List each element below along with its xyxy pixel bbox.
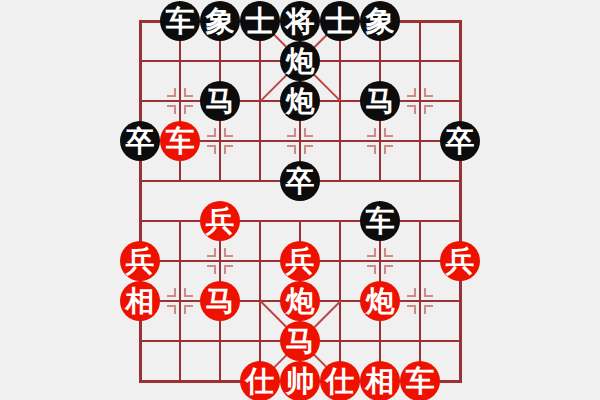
piece-black-chariot[interactable]: 车	[160, 1, 200, 41]
piece-glyph: 炮	[366, 287, 395, 316]
pawn-point-marker	[304, 145, 313, 154]
piece-glyph: 兵	[446, 247, 475, 276]
pawn-point-marker	[384, 248, 393, 257]
piece-red-pawn[interactable]: 兵	[280, 241, 320, 281]
piece-glyph: 仕	[246, 367, 275, 396]
piece-glyph: 相	[126, 287, 155, 316]
piece-glyph: 仕	[326, 367, 355, 396]
cannon-point-marker	[424, 288, 433, 297]
piece-black-horse[interactable]: 马	[200, 81, 240, 121]
pawn-point-marker	[207, 265, 216, 274]
pawn-point-marker	[367, 265, 376, 274]
piece-black-pawn[interactable]: 卒	[440, 121, 480, 161]
piece-glyph: 车	[366, 207, 395, 236]
piece-red-cannon[interactable]: 炮	[360, 281, 400, 321]
piece-red-advisor[interactable]: 仕	[320, 361, 360, 400]
piece-glyph: 炮	[286, 287, 315, 316]
piece-glyph: 车	[166, 7, 195, 36]
cannon-point-marker	[424, 105, 433, 114]
cannon-point-marker	[167, 305, 176, 314]
piece-black-general[interactable]: 将	[280, 1, 320, 41]
pawn-point-marker	[207, 128, 216, 137]
piece-glyph: 车	[406, 367, 435, 396]
grid-line-vertical	[419, 20, 421, 182]
xiangqi-board[interactable]: 车象士将士象炮马炮马卒车卒卒兵车兵兵兵相马炮炮马仕帅仕相车	[0, 0, 600, 400]
cannon-point-marker	[407, 288, 416, 297]
piece-glyph: 兵	[126, 247, 155, 276]
pawn-point-marker	[224, 145, 233, 154]
piece-glyph: 象	[206, 7, 235, 36]
grid-line-vertical	[419, 220, 421, 382]
piece-glyph: 马	[366, 87, 395, 116]
cannon-point-marker	[184, 105, 193, 114]
piece-red-horse[interactable]: 马	[200, 281, 240, 321]
cannon-point-marker	[424, 88, 433, 97]
pawn-point-marker	[287, 145, 296, 154]
piece-red-horse[interactable]: 马	[280, 321, 320, 361]
cannon-point-marker	[407, 105, 416, 114]
pawn-point-marker	[384, 128, 393, 137]
cannon-point-marker	[184, 305, 193, 314]
pawn-point-marker	[224, 265, 233, 274]
piece-red-advisor[interactable]: 仕	[240, 361, 280, 400]
cannon-point-marker	[167, 288, 176, 297]
piece-glyph: 马	[206, 87, 235, 116]
piece-glyph: 车	[166, 127, 195, 156]
piece-glyph: 炮	[286, 47, 315, 76]
piece-black-cannon[interactable]: 炮	[280, 81, 320, 121]
piece-glyph: 士	[246, 7, 275, 36]
pawn-point-marker	[384, 265, 393, 274]
piece-black-cannon[interactable]: 炮	[280, 41, 320, 81]
piece-glyph: 兵	[286, 247, 315, 276]
piece-black-pawn[interactable]: 卒	[280, 161, 320, 201]
pawn-point-marker	[224, 128, 233, 137]
piece-red-pawn[interactable]: 兵	[200, 201, 240, 241]
pawn-point-marker	[304, 128, 313, 137]
piece-red-chariot[interactable]: 车	[400, 361, 440, 400]
pawn-point-marker	[367, 128, 376, 137]
piece-glyph: 象	[366, 7, 395, 36]
piece-glyph: 马	[206, 287, 235, 316]
piece-red-elephant[interactable]: 相	[360, 361, 400, 400]
piece-glyph: 相	[366, 367, 395, 396]
grid-line-vertical-edge	[139, 20, 142, 383]
piece-glyph: 兵	[206, 207, 235, 236]
piece-black-chariot[interactable]: 车	[360, 201, 400, 241]
piece-glyph: 卒	[126, 127, 155, 156]
screenshot-root: 车象士将士象炮马炮马卒车卒卒兵车兵兵兵相马炮炮马仕帅仕相车	[0, 0, 600, 400]
piece-glyph: 帅	[286, 367, 315, 396]
cannon-point-marker	[167, 88, 176, 97]
cannon-point-marker	[407, 305, 416, 314]
piece-red-elephant[interactable]: 相	[120, 281, 160, 321]
piece-glyph: 卒	[446, 127, 475, 156]
piece-red-cannon[interactable]: 炮	[280, 281, 320, 321]
piece-glyph: 炮	[286, 87, 315, 116]
piece-black-pawn[interactable]: 卒	[120, 121, 160, 161]
piece-red-pawn[interactable]: 兵	[120, 241, 160, 281]
cannon-point-marker	[184, 88, 193, 97]
piece-red-general[interactable]: 帅	[280, 361, 320, 400]
pawn-point-marker	[224, 248, 233, 257]
grid-line-vertical	[179, 220, 181, 382]
pawn-point-marker	[367, 248, 376, 257]
pawn-point-marker	[367, 145, 376, 154]
cannon-point-marker	[407, 88, 416, 97]
pawn-point-marker	[287, 128, 296, 137]
piece-red-pawn[interactable]: 兵	[440, 241, 480, 281]
piece-glyph: 将	[286, 7, 315, 36]
cannon-point-marker	[184, 288, 193, 297]
piece-black-advisor[interactable]: 士	[320, 1, 360, 41]
piece-black-horse[interactable]: 马	[360, 81, 400, 121]
piece-black-elephant[interactable]: 象	[200, 1, 240, 41]
grid-line-vertical-edge	[459, 20, 462, 383]
pawn-point-marker	[207, 248, 216, 257]
piece-black-advisor[interactable]: 士	[240, 1, 280, 41]
pawn-point-marker	[384, 145, 393, 154]
piece-black-elephant[interactable]: 象	[360, 1, 400, 41]
piece-glyph: 卒	[286, 167, 315, 196]
cannon-point-marker	[167, 105, 176, 114]
piece-glyph: 士	[326, 7, 355, 36]
piece-glyph: 马	[286, 327, 315, 356]
piece-red-chariot[interactable]: 车	[160, 121, 200, 161]
cannon-point-marker	[424, 305, 433, 314]
pawn-point-marker	[207, 145, 216, 154]
